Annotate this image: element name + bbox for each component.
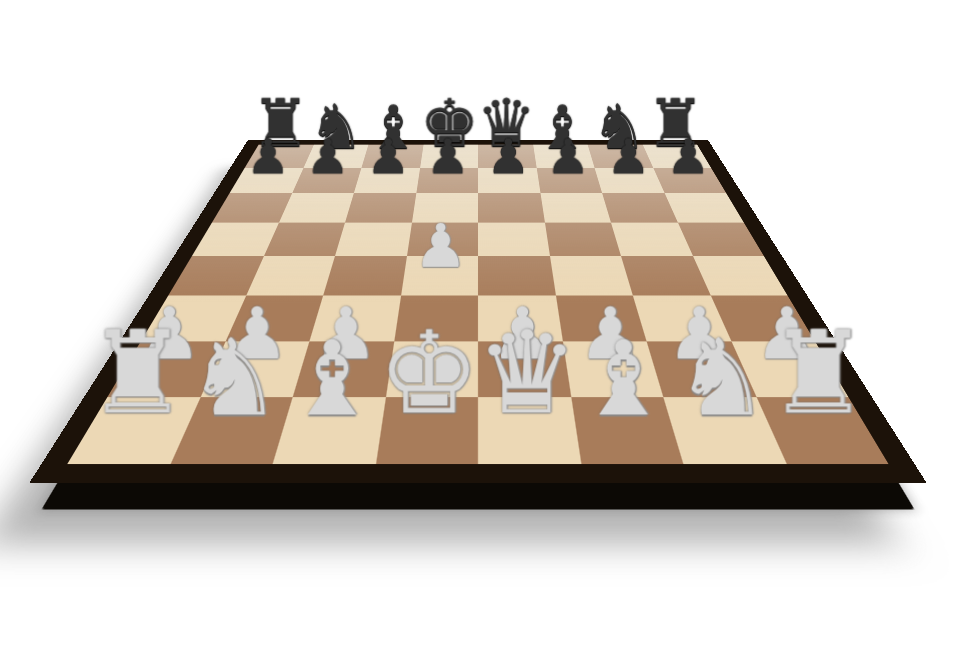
square-a5[interactable]	[677, 222, 764, 256]
square-e4[interactable]	[401, 256, 478, 295]
black-rook-a8[interactable]: ♜	[647, 53, 704, 156]
black-bishop-f8[interactable]: ♝	[365, 53, 422, 156]
square-c7[interactable]	[536, 167, 602, 193]
square-f8[interactable]	[362, 145, 424, 168]
square-g5[interactable]	[264, 222, 346, 256]
square-f7[interactable]	[354, 167, 420, 193]
square-a7[interactable]	[653, 167, 727, 193]
square-d1[interactable]	[478, 397, 581, 464]
square-f1[interactable]	[273, 397, 386, 464]
square-c5[interactable]	[544, 222, 621, 256]
square-d4[interactable]	[478, 256, 555, 295]
square-c6[interactable]	[540, 193, 611, 222]
black-knight-g8[interactable]: ♞	[308, 53, 365, 156]
square-d5[interactable]	[478, 222, 550, 256]
square-d8[interactable]	[478, 145, 536, 168]
square-a6[interactable]	[664, 193, 744, 222]
square-e8[interactable]	[420, 145, 478, 168]
square-d6[interactable]	[478, 193, 544, 222]
black-queen-d8[interactable]: ♛	[478, 53, 535, 156]
square-h8[interactable]	[245, 145, 313, 168]
square-f5[interactable]	[335, 222, 412, 256]
square-e5[interactable]	[407, 222, 479, 256]
square-g7[interactable]	[292, 167, 362, 193]
square-f6[interactable]	[345, 193, 416, 222]
square-a4[interactable]	[693, 256, 788, 295]
square-f2[interactable]	[293, 341, 394, 396]
chess-board[interactable]: ♜♞♝♛♚♝♞♜♟♟♟♟♟♟♟♟♟♟♟♟♟♟♟♟♜♞♝♛♚♝♞♜	[29, 140, 927, 484]
square-e3[interactable]	[394, 295, 478, 341]
square-a8[interactable]	[643, 145, 711, 168]
square-g6[interactable]	[279, 193, 354, 222]
square-e1[interactable]	[375, 397, 478, 464]
board-squares-grid[interactable]	[67, 145, 889, 464]
square-d2[interactable]	[478, 341, 571, 396]
square-c3[interactable]	[555, 295, 646, 341]
square-d3[interactable]	[478, 295, 562, 341]
square-g8[interactable]	[303, 145, 368, 168]
board-scene: ♜♞♝♛♚♝♞♜♟♟♟♟♟♟♟♟♟♟♟♟♟♟♟♟♜♞♝♛♚♝♞♜	[0, 0, 953, 659]
square-e7[interactable]	[416, 167, 478, 193]
square-c2[interactable]	[562, 341, 663, 396]
black-rook-h8[interactable]: ♜	[252, 53, 309, 156]
square-e2[interactable]	[385, 341, 478, 396]
square-f3[interactable]	[309, 295, 400, 341]
square-c4[interactable]	[550, 256, 633, 295]
square-f4[interactable]	[323, 256, 406, 295]
square-d7[interactable]	[478, 167, 540, 193]
square-c8[interactable]	[533, 145, 595, 168]
square-e6[interactable]	[412, 193, 478, 222]
chess-app-window: ♜♞♝♛♚♝♞♜♟♟♟♟♟♟♟♟♟♟♟♟♟♟♟♟♜♞♝♛♚♝♞♜	[0, 0, 953, 659]
square-b8[interactable]	[588, 145, 653, 168]
black-knight-b8[interactable]: ♞	[591, 53, 648, 156]
black-bishop-c8[interactable]: ♝	[534, 53, 591, 156]
black-king-e8[interactable]: ♚	[421, 53, 478, 156]
